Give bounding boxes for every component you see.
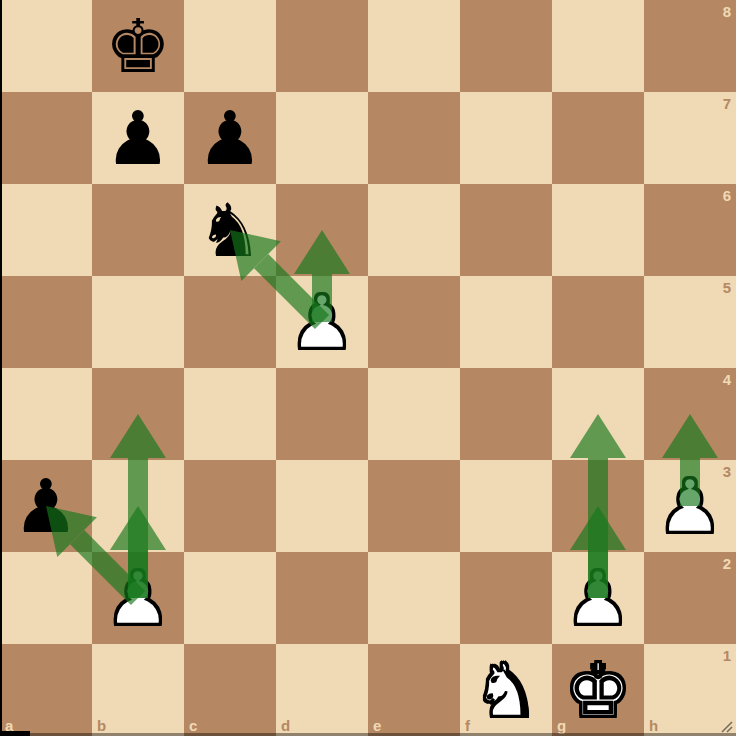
square-a2[interactable]	[0, 552, 92, 644]
square-f3[interactable]	[460, 460, 552, 552]
coord-file-c: c	[189, 718, 197, 733]
square-f4[interactable]	[460, 368, 552, 460]
square-e7[interactable]	[368, 92, 460, 184]
square-b3[interactable]	[92, 460, 184, 552]
square-g6[interactable]	[552, 184, 644, 276]
square-g8[interactable]	[552, 0, 644, 92]
square-a1[interactable]: a	[0, 644, 92, 736]
square-e8[interactable]	[368, 0, 460, 92]
square-d1[interactable]: d	[276, 644, 368, 736]
square-c5[interactable]	[184, 276, 276, 368]
black-knight[interactable]: ♞	[184, 184, 276, 276]
square-d8[interactable]	[276, 0, 368, 92]
white-pawn[interactable]: ♟	[644, 460, 736, 552]
square-h2[interactable]: 2	[644, 552, 736, 644]
square-g1[interactable]: g♚	[552, 644, 644, 736]
white-pawn[interactable]: ♟	[276, 276, 368, 368]
square-d2[interactable]	[276, 552, 368, 644]
square-d3[interactable]	[276, 460, 368, 552]
square-f2[interactable]	[460, 552, 552, 644]
square-c3[interactable]	[184, 460, 276, 552]
square-e4[interactable]	[368, 368, 460, 460]
square-f6[interactable]	[460, 184, 552, 276]
square-b8[interactable]: ♚	[92, 0, 184, 92]
square-a8[interactable]	[0, 0, 92, 92]
square-f5[interactable]	[460, 276, 552, 368]
square-a7[interactable]	[0, 92, 92, 184]
square-h3[interactable]: 3♟	[644, 460, 736, 552]
square-h7[interactable]: 7	[644, 92, 736, 184]
square-b4[interactable]	[92, 368, 184, 460]
coord-rank-6: 6	[723, 188, 731, 203]
square-d6[interactable]	[276, 184, 368, 276]
coord-rank-7: 7	[723, 96, 731, 111]
square-e6[interactable]	[368, 184, 460, 276]
coord-file-d: d	[281, 718, 290, 733]
white-king[interactable]: ♚	[552, 644, 644, 736]
coord-rank-1: 1	[723, 648, 731, 663]
chess-board-container: ♚8♟♟7♞6♟54♟3♟♟♟2abcdef♞g♚h1	[0, 0, 736, 736]
white-knight[interactable]: ♞	[460, 644, 552, 736]
square-d7[interactable]	[276, 92, 368, 184]
coord-file-h: h	[649, 718, 658, 733]
square-h5[interactable]: 5	[644, 276, 736, 368]
window-corner-notch	[0, 731, 30, 736]
coord-rank-5: 5	[723, 280, 731, 295]
square-a5[interactable]	[0, 276, 92, 368]
chess-board: ♚8♟♟7♞6♟54♟3♟♟♟2abcdef♞g♚h1	[0, 0, 736, 736]
square-b6[interactable]	[92, 184, 184, 276]
square-c2[interactable]	[184, 552, 276, 644]
black-pawn[interactable]: ♟	[92, 92, 184, 184]
board-resize-handle-icon[interactable]	[718, 718, 734, 734]
black-pawn[interactable]: ♟	[0, 460, 92, 552]
square-a3[interactable]: ♟	[0, 460, 92, 552]
square-e5[interactable]	[368, 276, 460, 368]
square-c1[interactable]: c	[184, 644, 276, 736]
square-c7[interactable]: ♟	[184, 92, 276, 184]
square-g3[interactable]	[552, 460, 644, 552]
square-f8[interactable]	[460, 0, 552, 92]
square-h8[interactable]: 8	[644, 0, 736, 92]
square-d4[interactable]	[276, 368, 368, 460]
square-b7[interactable]: ♟	[92, 92, 184, 184]
window-left-edge	[0, 0, 2, 736]
square-b1[interactable]: b	[92, 644, 184, 736]
square-a4[interactable]	[0, 368, 92, 460]
square-h4[interactable]: 4	[644, 368, 736, 460]
square-b5[interactable]	[92, 276, 184, 368]
black-king[interactable]: ♚	[92, 0, 184, 92]
square-a6[interactable]	[0, 184, 92, 276]
white-pawn[interactable]: ♟	[92, 552, 184, 644]
square-g4[interactable]	[552, 368, 644, 460]
square-g2[interactable]: ♟	[552, 552, 644, 644]
coord-rank-8: 8	[723, 4, 731, 19]
coord-rank-2: 2	[723, 556, 731, 571]
coord-file-b: b	[97, 718, 106, 733]
square-e3[interactable]	[368, 460, 460, 552]
square-g5[interactable]	[552, 276, 644, 368]
square-h6[interactable]: 6	[644, 184, 736, 276]
square-b2[interactable]: ♟	[92, 552, 184, 644]
coord-file-e: e	[373, 718, 381, 733]
square-d5[interactable]: ♟	[276, 276, 368, 368]
square-g7[interactable]	[552, 92, 644, 184]
square-f7[interactable]	[460, 92, 552, 184]
square-f1[interactable]: f♞	[460, 644, 552, 736]
black-pawn[interactable]: ♟	[184, 92, 276, 184]
square-e2[interactable]	[368, 552, 460, 644]
square-e1[interactable]: e	[368, 644, 460, 736]
square-c8[interactable]	[184, 0, 276, 92]
white-pawn[interactable]: ♟	[552, 552, 644, 644]
coord-rank-4: 4	[723, 372, 731, 387]
square-c6[interactable]: ♞	[184, 184, 276, 276]
square-c4[interactable]	[184, 368, 276, 460]
